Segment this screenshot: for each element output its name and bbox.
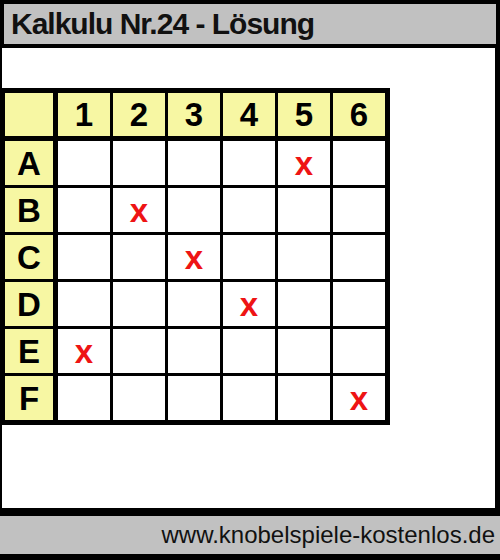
cell-B6 — [333, 188, 385, 232]
cell-D3 — [168, 282, 220, 326]
page: Kalkulu Nr.24 - Lösung 123456AxBxCxDxExF… — [0, 0, 500, 560]
cell-D5 — [278, 282, 330, 326]
cell-C3: x — [168, 235, 220, 279]
col-header-4: 4 — [223, 93, 275, 138]
cell-A1 — [58, 141, 110, 185]
cell-F3 — [168, 376, 220, 420]
cell-B4 — [223, 188, 275, 232]
col-header-6: 6 — [333, 93, 385, 138]
cell-B5 — [278, 188, 330, 232]
col-header-2: 2 — [113, 93, 165, 138]
cell-C6 — [333, 235, 385, 279]
cell-F1 — [58, 376, 110, 420]
col-header-3: 3 — [168, 93, 220, 138]
cell-E1: x — [58, 329, 110, 373]
cell-F2 — [113, 376, 165, 420]
title-bar: Kalkulu Nr.24 - Lösung — [0, 0, 500, 48]
cell-E6 — [333, 329, 385, 373]
page-title: Kalkulu Nr.24 - Lösung — [11, 7, 314, 41]
cell-A6 — [333, 141, 385, 185]
cell-B3 — [168, 188, 220, 232]
cell-E4 — [223, 329, 275, 373]
cell-F6: x — [333, 376, 385, 420]
cell-D2 — [113, 282, 165, 326]
puzzle-grid: 123456AxBxCxDxExFx — [0, 88, 390, 425]
cell-E5 — [278, 329, 330, 373]
row-header-B: B — [5, 188, 55, 232]
cell-B1 — [58, 188, 110, 232]
cell-A2 — [113, 141, 165, 185]
cell-A5: x — [278, 141, 330, 185]
cell-C4 — [223, 235, 275, 279]
cell-E3 — [168, 329, 220, 373]
website-url: www.knobelspiele-kostenlos.de — [161, 521, 495, 549]
cell-B2: x — [113, 188, 165, 232]
cell-F4 — [223, 376, 275, 420]
cell-C5 — [278, 235, 330, 279]
cell-C2 — [113, 235, 165, 279]
row-header-E: E — [5, 329, 55, 373]
row-header-C: C — [5, 235, 55, 279]
footer-bar: www.knobelspiele-kostenlos.de — [0, 508, 500, 560]
cell-D1 — [58, 282, 110, 326]
row-header-F: F — [5, 376, 55, 420]
cell-A4 — [223, 141, 275, 185]
row-header-D: D — [5, 282, 55, 326]
corner-cell — [5, 93, 55, 138]
cell-A3 — [168, 141, 220, 185]
cell-C1 — [58, 235, 110, 279]
row-header-A: A — [5, 141, 55, 185]
cell-F5 — [278, 376, 330, 420]
cell-E2 — [113, 329, 165, 373]
col-header-5: 5 — [278, 93, 330, 138]
cell-D4: x — [223, 282, 275, 326]
col-header-1: 1 — [58, 93, 110, 138]
cell-D6 — [333, 282, 385, 326]
